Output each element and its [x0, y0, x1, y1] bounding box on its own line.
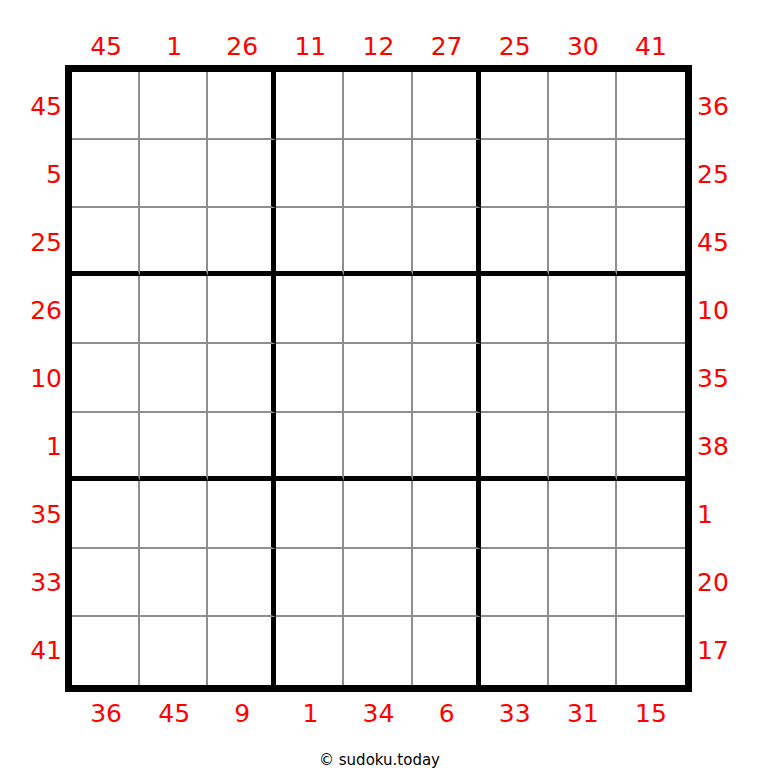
- cell-r5c2[interactable]: [140, 344, 208, 412]
- cell-r5c4[interactable]: [276, 344, 344, 412]
- cell-r1c8[interactable]: [549, 72, 617, 140]
- cell-r7c5[interactable]: [344, 481, 412, 549]
- clue-right-7: 1: [697, 481, 759, 549]
- clue-left-9: 41: [0, 617, 62, 685]
- cell-r4c6[interactable]: [413, 276, 481, 344]
- cell-r9c2[interactable]: [140, 617, 208, 685]
- cell-r4c4[interactable]: [276, 276, 344, 344]
- cell-r7c9[interactable]: [617, 481, 685, 549]
- cell-r8c5[interactable]: [344, 549, 412, 617]
- clue-right-8: 20: [697, 549, 759, 617]
- frame-clues-bottom: 364591346333115: [72, 697, 685, 729]
- cell-r9c6[interactable]: [413, 617, 481, 685]
- cell-r2c2[interactable]: [140, 140, 208, 208]
- clue-right-1: 36: [697, 72, 759, 140]
- cell-r8c2[interactable]: [140, 549, 208, 617]
- cell-r3c8[interactable]: [549, 208, 617, 276]
- clue-left-2: 5: [0, 140, 62, 208]
- cell-r4c3[interactable]: [208, 276, 276, 344]
- clue-top-1: 45: [72, 30, 140, 62]
- cell-r4c8[interactable]: [549, 276, 617, 344]
- clue-bottom-2: 45: [140, 697, 208, 729]
- cell-r2c4[interactable]: [276, 140, 344, 208]
- cell-r7c6[interactable]: [413, 481, 481, 549]
- cell-r5c8[interactable]: [549, 344, 617, 412]
- cell-r2c9[interactable]: [617, 140, 685, 208]
- sudoku-board: [65, 65, 692, 692]
- cell-r2c3[interactable]: [208, 140, 276, 208]
- clue-left-5: 10: [0, 344, 62, 412]
- clue-right-4: 10: [697, 276, 759, 344]
- clue-right-6: 38: [697, 413, 759, 481]
- cell-r3c3[interactable]: [208, 208, 276, 276]
- cell-r9c8[interactable]: [549, 617, 617, 685]
- clue-top-4: 11: [276, 30, 344, 62]
- cell-r5c3[interactable]: [208, 344, 276, 412]
- sudoku-page: 45126111227253041 4552526101353341 36254…: [0, 0, 759, 779]
- cell-r7c7[interactable]: [481, 481, 549, 549]
- cell-r1c7[interactable]: [481, 72, 549, 140]
- cell-r5c6[interactable]: [413, 344, 481, 412]
- cell-r1c2[interactable]: [140, 72, 208, 140]
- cell-r4c1[interactable]: [72, 276, 140, 344]
- clue-right-3: 45: [697, 208, 759, 276]
- clue-top-7: 25: [481, 30, 549, 62]
- cell-r1c9[interactable]: [617, 72, 685, 140]
- cell-r2c5[interactable]: [344, 140, 412, 208]
- cell-r6c5[interactable]: [344, 413, 412, 481]
- cell-r8c9[interactable]: [617, 549, 685, 617]
- cell-r3c5[interactable]: [344, 208, 412, 276]
- clue-top-6: 27: [413, 30, 481, 62]
- frame-clues-right: 36254510353812017: [697, 72, 759, 685]
- cell-r6c9[interactable]: [617, 413, 685, 481]
- cell-r3c9[interactable]: [617, 208, 685, 276]
- clue-bottom-8: 31: [549, 697, 617, 729]
- clue-top-3: 26: [208, 30, 276, 62]
- cell-r5c9[interactable]: [617, 344, 685, 412]
- cell-r8c8[interactable]: [549, 549, 617, 617]
- cell-r3c7[interactable]: [481, 208, 549, 276]
- cell-r9c5[interactable]: [344, 617, 412, 685]
- cell-r5c7[interactable]: [481, 344, 549, 412]
- cell-r8c7[interactable]: [481, 549, 549, 617]
- copyright-text: © sudoku.today: [0, 751, 759, 769]
- cell-r6c6[interactable]: [413, 413, 481, 481]
- cell-r2c6[interactable]: [413, 140, 481, 208]
- cell-r8c3[interactable]: [208, 549, 276, 617]
- cell-r1c3[interactable]: [208, 72, 276, 140]
- clue-left-3: 25: [0, 208, 62, 276]
- cell-r9c3[interactable]: [208, 617, 276, 685]
- cell-r9c9[interactable]: [617, 617, 685, 685]
- clue-top-8: 30: [549, 30, 617, 62]
- clue-right-9: 17: [697, 617, 759, 685]
- cell-r7c8[interactable]: [549, 481, 617, 549]
- clue-bottom-5: 34: [344, 697, 412, 729]
- cell-r4c9[interactable]: [617, 276, 685, 344]
- cell-r8c6[interactable]: [413, 549, 481, 617]
- cell-r6c1[interactable]: [72, 413, 140, 481]
- cell-r9c4[interactable]: [276, 617, 344, 685]
- clue-right-5: 35: [697, 344, 759, 412]
- clue-top-9: 41: [617, 30, 685, 62]
- clue-bottom-4: 1: [276, 697, 344, 729]
- cell-r6c8[interactable]: [549, 413, 617, 481]
- cell-r4c5[interactable]: [344, 276, 412, 344]
- cell-r7c2[interactable]: [140, 481, 208, 549]
- cell-r2c8[interactable]: [549, 140, 617, 208]
- cell-r5c1[interactable]: [72, 344, 140, 412]
- frame-clues-left: 4552526101353341: [0, 72, 62, 685]
- cell-r4c2[interactable]: [140, 276, 208, 344]
- cell-r6c7[interactable]: [481, 413, 549, 481]
- clue-top-5: 12: [344, 30, 412, 62]
- cell-r1c4[interactable]: [276, 72, 344, 140]
- cell-r3c4[interactable]: [276, 208, 344, 276]
- cell-r4c7[interactable]: [481, 276, 549, 344]
- cell-r3c2[interactable]: [140, 208, 208, 276]
- cell-r7c3[interactable]: [208, 481, 276, 549]
- cell-r2c1[interactable]: [72, 140, 140, 208]
- cell-r9c1[interactable]: [72, 617, 140, 685]
- clue-bottom-7: 33: [481, 697, 549, 729]
- cell-r8c4[interactable]: [276, 549, 344, 617]
- clue-left-4: 26: [0, 276, 62, 344]
- frame-clues-top: 45126111227253041: [72, 30, 685, 62]
- clue-left-7: 35: [0, 481, 62, 549]
- cell-r9c7[interactable]: [481, 617, 549, 685]
- cell-r3c6[interactable]: [413, 208, 481, 276]
- clue-bottom-1: 36: [72, 697, 140, 729]
- clue-left-1: 45: [0, 72, 62, 140]
- cell-r6c3[interactable]: [208, 413, 276, 481]
- cell-r7c1[interactable]: [72, 481, 140, 549]
- clue-left-8: 33: [0, 549, 62, 617]
- cell-r1c6[interactable]: [413, 72, 481, 140]
- cell-r6c2[interactable]: [140, 413, 208, 481]
- clue-right-2: 25: [697, 140, 759, 208]
- clue-top-2: 1: [140, 30, 208, 62]
- cell-r1c5[interactable]: [344, 72, 412, 140]
- cell-r3c1[interactable]: [72, 208, 140, 276]
- cell-r6c4[interactable]: [276, 413, 344, 481]
- cell-r7c4[interactable]: [276, 481, 344, 549]
- cell-r5c5[interactable]: [344, 344, 412, 412]
- clue-bottom-6: 6: [413, 697, 481, 729]
- cell-r8c1[interactable]: [72, 549, 140, 617]
- clue-left-6: 1: [0, 413, 62, 481]
- cell-r1c1[interactable]: [72, 72, 140, 140]
- clue-bottom-3: 9: [208, 697, 276, 729]
- cell-r2c7[interactable]: [481, 140, 549, 208]
- clue-bottom-9: 15: [617, 697, 685, 729]
